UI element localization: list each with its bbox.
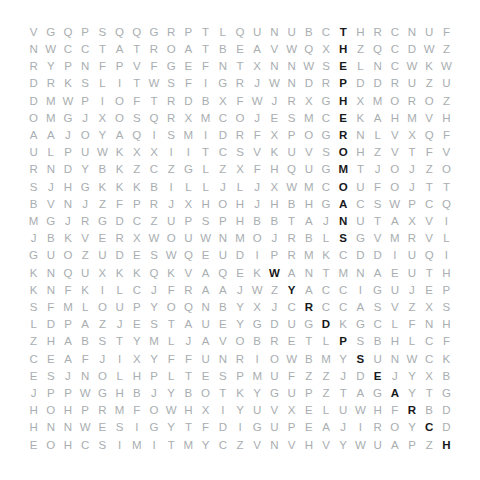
grid-cell: I [111,437,128,454]
grid-cell: J [266,93,283,110]
grid-cell: Y [231,316,248,333]
grid-cell: D [403,41,420,58]
grid-cell: I [111,351,128,368]
grid-cell: B [438,368,455,385]
grid-cell: J [249,76,266,93]
grid-cell: D [369,248,386,265]
grid-cell: O [249,230,266,247]
grid-cell: M [180,127,197,144]
grid-cell: N [352,127,369,144]
grid-cell: W [283,351,300,368]
grid-cell: P [214,213,231,230]
grid-cell: Z [128,162,145,179]
grid-cell: K [352,110,369,127]
grid-cell: V [369,230,386,247]
grid-cell: L [94,76,111,93]
grid-cell: S [214,368,231,385]
grid-cell: S [145,316,162,333]
grid-cell: X [403,213,420,230]
grid-cell: P [180,24,197,41]
grid-cell: F [128,93,145,110]
grid-cell: V [438,144,455,161]
grid-cell: Y [145,351,162,368]
grid-cell: L [163,368,180,385]
grid-cell: L [77,299,94,316]
grid-cell: Y [335,351,352,368]
grid-cell: M [300,248,317,265]
grid-cell: N [403,24,420,41]
grid-cell: O [111,93,128,110]
grid-cell: Z [25,334,42,351]
grid-cell: X [197,402,214,419]
grid-cell: D [25,93,42,110]
grid-cell: Z [77,248,94,265]
grid-cell: G [77,179,94,196]
grid-cell: T [197,144,214,161]
grid-cell: V [300,144,317,161]
grid-cell: A [197,334,214,351]
grid-cell: Y [42,58,59,75]
grid-cell: C [25,351,42,368]
grid-cell: X [421,368,438,385]
grid-cell: I [163,179,180,196]
grid-cell: G [94,385,111,402]
grid-cell: A [369,265,386,282]
grid-cell: X [180,196,197,213]
grid-cell: V [214,334,231,351]
grid-cell: I [197,127,214,144]
grid-cell: Z [369,144,386,161]
grid-cell: R [145,196,162,213]
grid-cell: R [25,162,42,179]
grid-cell: H [59,179,76,196]
grid-cell: M [42,93,59,110]
grid-cell: I [197,76,214,93]
grid-cell: E [231,265,248,282]
grid-cell: W [59,93,76,110]
grid-cell: G [145,420,162,437]
grid-cell: Q [180,248,197,265]
grid-cell: D [352,76,369,93]
grid-cell: K [25,282,42,299]
grid-cell-highlighted: R [403,402,420,419]
grid-cell: P [77,93,94,110]
grid-cell: L [317,334,334,351]
grid-cell: A [352,299,369,316]
grid-cell: D [438,420,455,437]
grid-cell: T [214,385,231,402]
grid-cell: F [111,196,128,213]
grid-cell: B [249,213,266,230]
grid-cell: P [438,282,455,299]
grid-cell: A [317,420,334,437]
grid-cell: T [438,179,455,196]
grid-cell-highlighted: T [335,24,352,41]
grid-cell: E [231,41,248,58]
grid-cell: N [59,196,76,213]
grid-cell: Z [421,437,438,454]
grid-cell: M [25,213,42,230]
grid-cell: L [317,230,334,247]
grid-cell: C [317,299,334,316]
grid-cell: E [266,110,283,127]
grid-cell: F [128,402,145,419]
grid-cell: O [231,110,248,127]
grid-cell: B [249,334,266,351]
grid-cell: P [283,127,300,144]
grid-cell: Y [145,299,162,316]
grid-cell: R [111,230,128,247]
grid-cell: O [25,110,42,127]
grid-cell: E [180,58,197,75]
grid-cell: R [145,41,162,58]
grid-cell: T [369,213,386,230]
grid-cell: T [283,213,300,230]
grid-cell: T [335,385,352,402]
grid-cell: W [438,58,455,75]
grid-cell: C [421,351,438,368]
grid-cell: M [369,93,386,110]
grid-cell: Y [163,420,180,437]
grid-cell: E [94,420,111,437]
grid-cell: S [163,127,180,144]
grid-cell: R [77,213,94,230]
grid-cell: F [438,24,455,41]
grid-cell: B [128,385,145,402]
grid-cell: Y [77,162,94,179]
grid-cell: J [249,110,266,127]
grid-cell: C [369,316,386,333]
grid-cell: W [403,58,420,75]
grid-cell: E [25,368,42,385]
grid-cell: G [214,76,231,93]
grid-cell: J [214,179,231,196]
grid-cell: Q [421,248,438,265]
grid-cell: Q [180,299,197,316]
grid-cell: L [111,282,128,299]
grid-cell: K [163,265,180,282]
grid-cell: I [214,402,231,419]
grid-cell: R [163,24,180,41]
grid-cell: Q [145,110,162,127]
grid-cell: F [163,282,180,299]
grid-cell-highlighted: R [335,127,352,144]
grid-cell: S [111,420,128,437]
grid-cell: D [352,248,369,265]
grid-cell: D [111,213,128,230]
grid-cell: J [59,213,76,230]
grid-cell: C [214,144,231,161]
grid-cell: J [42,179,59,196]
grid-cell: Y [249,385,266,402]
grid-cell: V [180,265,197,282]
grid-cell: I [94,282,111,299]
grid-cell: I [386,248,403,265]
grid-cell: K [421,58,438,75]
grid-cell: F [197,420,214,437]
grid-cell: A [300,282,317,299]
grid-cell: U [369,437,386,454]
grid-cell: H [231,196,248,213]
grid-cell: A [283,265,300,282]
grid-cell: T [352,162,369,179]
grid-cell: K [77,282,94,299]
grid-cell-highlighted: E [335,110,352,127]
grid-cell: N [42,282,59,299]
grid-cell: R [283,230,300,247]
grid-cell: N [25,41,42,58]
grid-cell: G [317,196,334,213]
grid-cell: F [249,162,266,179]
grid-cell: W [163,248,180,265]
grid-cell: J [231,282,248,299]
grid-cell: U [42,248,59,265]
grid-cell: H [59,437,76,454]
grid-cell: O [197,385,214,402]
grid-cell: W [386,196,403,213]
grid-cell: Z [94,196,111,213]
grid-cell: K [438,351,455,368]
grid-cell: K [94,179,111,196]
grid-cell: W [352,402,369,419]
grid-cell: Y [335,437,352,454]
grid-cell: B [369,334,386,351]
grid-cell: L [180,179,197,196]
grid-cell: O [386,420,403,437]
grid-cell: S [94,334,111,351]
grid-cell: O [94,299,111,316]
grid-cell: L [214,24,231,41]
grid-cell: J [386,368,403,385]
grid-cell: U [197,351,214,368]
grid-cell: P [111,58,128,75]
grid-cell: M [386,230,403,247]
grid-cell: S [352,334,369,351]
grid-cell: T [128,76,145,93]
grid-cell: O [111,110,128,127]
grid-cell: O [386,93,403,110]
grid-cell: Z [300,368,317,385]
grid-cell: D [231,248,248,265]
grid-cell: J [403,179,420,196]
grid-cell: F [94,58,111,75]
grid-cell: A [197,265,214,282]
grid-cell: G [369,385,386,402]
grid-cell: Q [59,265,76,282]
grid-cell: T [128,41,145,58]
grid-cell: H [111,385,128,402]
grid-cell: A [59,334,76,351]
grid-cell: W [77,420,94,437]
grid-cell: K [25,265,42,282]
grid-cell: R [231,351,248,368]
grid-cell: H [59,402,76,419]
grid-cell: D [438,402,455,419]
grid-cell: N [77,58,94,75]
grid-cell: Q [214,265,231,282]
grid-cell: J [180,334,197,351]
grid-cell: C [317,179,334,196]
grid-cell: I [128,420,145,437]
grid-cell: R [283,93,300,110]
grid-cell: E [128,316,145,333]
grid-cell: F [403,316,420,333]
grid-cell: G [317,162,334,179]
grid-cell: T [180,420,197,437]
grid-cell: E [283,334,300,351]
word-search-page: VGQPSQQGRPTLQUNUBCTHRCNUFNWCCTATROATBEAV… [0,0,480,480]
grid-cell: P [59,385,76,402]
grid-cell: L [352,58,369,75]
grid-cell: J [249,179,266,196]
grid-cell: T [180,368,197,385]
grid-cell: S [163,76,180,93]
grid-cell: H [128,368,145,385]
grid-cell: S [94,437,111,454]
grid-cell-highlighted: H [335,93,352,110]
grid-cell: M [111,402,128,419]
grid-cell: G [145,24,162,41]
grid-cell: V [386,127,403,144]
grid-cell: F [421,144,438,161]
grid-cell: J [59,368,76,385]
grid-cell: V [283,437,300,454]
grid-cell: L [231,179,248,196]
grid-cell: N [42,265,59,282]
grid-cell: Z [352,41,369,58]
grid-cell: C [283,299,300,316]
grid-cell: L [25,316,42,333]
grid-cell: M [403,110,420,127]
grid-cell: W [145,230,162,247]
grid-cell: T [421,179,438,196]
grid-cell: S [42,368,59,385]
grid-cell: K [249,265,266,282]
grid-cell: G [300,316,317,333]
grid-cell: F [180,351,197,368]
grid-cell: K [59,76,76,93]
grid-cell: W [249,282,266,299]
grid-cell: X [317,41,334,58]
grid-cell: D [369,76,386,93]
grid-cell: L [163,334,180,351]
grid-cell: I [111,76,128,93]
grid-cell: K [231,385,248,402]
grid-cell-highlighted: M [335,162,352,179]
grid-cell: X [231,162,248,179]
grid-cell: A [111,41,128,58]
grid-cell: N [369,58,386,75]
grid-cell: B [300,24,317,41]
grid-cell: U [266,368,283,385]
grid-cell: Z [421,162,438,179]
grid-cell: N [266,58,283,75]
grid-cell: Q [145,265,162,282]
grid-cell: U [77,265,94,282]
grid-cell: D [214,420,231,437]
grid-cell: J [403,162,420,179]
grid-cell: P [266,248,283,265]
grid-cell: N [214,351,231,368]
grid-cell: H [42,334,59,351]
grid-cell: R [369,24,386,41]
grid-cell: F [249,127,266,144]
grid-cell-highlighted: O [335,144,352,161]
grid-cell: V [249,437,266,454]
grid-cell: A [352,385,369,402]
grid-cell: T [145,93,162,110]
grid-cell: Y [128,334,145,351]
grid-cell: V [421,213,438,230]
grid-cell: O [42,402,59,419]
grid-cell: H [180,402,197,419]
grid-cell: Q [438,196,455,213]
grid-cell: Z [94,316,111,333]
grid-cell: H [352,24,369,41]
grid-cell: B [421,402,438,419]
grid-cell: P [128,299,145,316]
grid-cell: H [438,110,455,127]
grid-cell: J [266,299,283,316]
grid-cell: Y [231,402,248,419]
grid-cell: R [163,110,180,127]
grid-cell: P [42,385,59,402]
grid-cell: K [111,144,128,161]
grid-cell: N [42,420,59,437]
grid-cell: U [197,316,214,333]
grid-cell: V [128,58,145,75]
grid-cell: A [77,316,94,333]
grid-cell: E [386,265,403,282]
grid-cell: B [25,196,42,213]
grid-cell: U [403,265,420,282]
grid-cell-highlighted: P [335,76,352,93]
grid-cell: S [128,110,145,127]
grid-cell: R [317,76,334,93]
grid-cell: W [283,179,300,196]
grid-cell: B [77,334,94,351]
grid-cell: P [403,196,420,213]
grid-cell: S [94,24,111,41]
grid-cell: S [369,299,386,316]
grid-cell: G [317,93,334,110]
grid-cell: L [369,127,386,144]
grid-cell: J [249,196,266,213]
grid-cell: S [369,196,386,213]
grid-cell: P [59,58,76,75]
grid-cell: R [403,230,420,247]
grid-cell: S [317,144,334,161]
grid-cell: C [145,162,162,179]
grid-cell: E [214,316,231,333]
grid-cell: V [77,230,94,247]
grid-cell: W [283,41,300,58]
grid-cell: O [42,437,59,454]
grid-cell: O [163,41,180,58]
grid-cell: D [42,316,59,333]
grid-cell: Q [128,24,145,41]
grid-cell: J [369,162,386,179]
grid-cell: E [300,420,317,437]
grid-cell: L [386,316,403,333]
grid-cell: X [249,58,266,75]
grid-cell: Y [94,127,111,144]
grid-cell: U [283,385,300,402]
grid-cell: R [180,282,197,299]
grid-cell: G [352,316,369,333]
grid-cell: A [386,213,403,230]
grid-cell: E [300,402,317,419]
